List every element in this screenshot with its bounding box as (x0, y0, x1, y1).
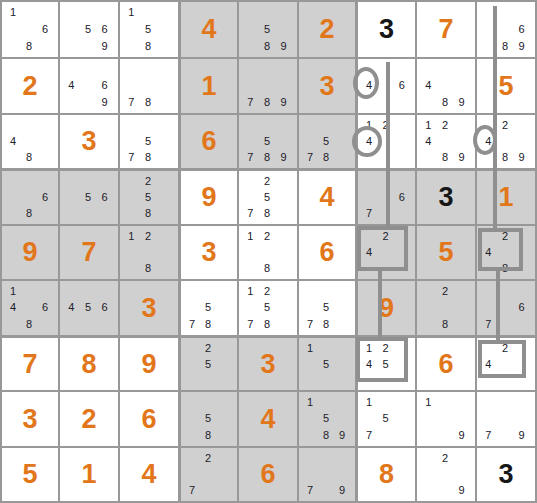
cell-r9c1[interactable]: 5 (2, 448, 58, 501)
candidate-8: 8 (259, 38, 276, 55)
cell-r8c5[interactable]: 4 (239, 392, 297, 446)
candidate-6: 6 (513, 21, 530, 38)
pencil-marks: 248 (480, 228, 530, 277)
cell-r9c9[interactable]: 3 (477, 448, 535, 501)
cell-r3c4[interactable]: 6 (181, 115, 237, 168)
candidate-8: 8 (140, 261, 157, 277)
candidate-7: 7 (123, 94, 140, 111)
candidate-4: 4 (63, 300, 80, 317)
candidate-1: 1 (5, 4, 21, 21)
cell-r3c1[interactable]: 48 (2, 115, 58, 168)
pencil-marks: 158 (123, 4, 173, 55)
candidate-4: 4 (361, 244, 377, 260)
cell-r7c1[interactable]: 7 (2, 338, 58, 390)
cell-r4c3[interactable]: 258 (120, 171, 178, 224)
candidate-7: 7 (242, 206, 259, 222)
candidate-5: 5 (259, 300, 276, 317)
candidate-8: 8 (259, 206, 276, 222)
candidate-8: 8 (318, 150, 334, 166)
candidate-7: 7 (242, 150, 259, 166)
candidate-5: 5 (377, 356, 393, 372)
pencil-marks: 15 (302, 340, 350, 388)
cell-r5c7[interactable]: 24 (358, 226, 415, 279)
cell-r1c8[interactable]: 7 (417, 2, 475, 57)
candidate-1: 1 (361, 117, 377, 133)
pencil-marks: 67 (480, 283, 530, 333)
cell-r1c1[interactable]: 168 (2, 2, 58, 57)
cell-r9c8[interactable]: 29 (417, 448, 475, 501)
given-digit: 3 (417, 171, 475, 224)
cell-r7c7[interactable]: 1245 (358, 338, 415, 390)
cell-r2c3[interactable]: 78 (120, 59, 178, 113)
candidate-9: 9 (513, 38, 530, 55)
candidate-6: 6 (96, 21, 113, 38)
pencil-marks: 78 (123, 61, 173, 111)
cell-r6c7[interactable]: 9 (358, 281, 415, 335)
candidate-4: 4 (5, 300, 21, 317)
candidate-7: 7 (242, 94, 259, 111)
candidate-9: 9 (453, 483, 470, 499)
pencil-marks: 789 (242, 61, 292, 111)
cell-r5c9[interactable]: 248 (477, 226, 535, 279)
candidate-2: 2 (259, 228, 276, 244)
candidate-1: 1 (420, 394, 437, 411)
pencil-marks: 46 (361, 61, 410, 111)
pencil-marks: 168 (5, 4, 53, 55)
cell-r6c9[interactable]: 67 (477, 281, 535, 335)
candidate-9: 9 (334, 427, 350, 444)
solved-digit: 9 (120, 338, 178, 390)
candidate-4: 4 (361, 78, 377, 95)
cell-r1c4[interactable]: 4 (181, 2, 237, 57)
candidate-1: 1 (302, 340, 318, 356)
pencil-marks: 578 (302, 117, 350, 166)
solved-digit: 4 (120, 448, 178, 501)
solved-digit: 4 (299, 171, 355, 224)
cell-r9c5[interactable]: 6 (239, 448, 297, 501)
candidate-6: 6 (96, 300, 113, 317)
cell-r1c7[interactable]: 3 (358, 2, 415, 57)
solved-digit: 7 (2, 338, 58, 390)
candidate-8: 8 (437, 316, 454, 333)
candidate-9: 9 (275, 94, 292, 111)
candidate-2: 2 (437, 283, 454, 300)
pencil-marks: 28 (420, 283, 470, 333)
cell-r9c6[interactable]: 79 (299, 448, 355, 501)
candidate-6: 6 (394, 189, 410, 205)
pencil-marks: 456 (63, 283, 113, 333)
candidate-9: 9 (334, 483, 350, 499)
cell-r8c9[interactable]: 79 (477, 392, 535, 446)
candidate-5: 5 (200, 411, 216, 428)
candidate-4: 4 (5, 133, 21, 149)
candidate-9: 9 (513, 427, 530, 444)
pencil-marks: 128 (123, 228, 173, 277)
candidate-8: 8 (259, 94, 276, 111)
cell-r2c6[interactable]: 3 (299, 59, 355, 113)
pencil-marks: 79 (480, 394, 530, 444)
candidate-1: 1 (361, 394, 377, 411)
candidate-4: 4 (420, 78, 437, 95)
candidate-8: 8 (21, 38, 37, 55)
solved-digit: 1 (181, 59, 237, 113)
candidate-8: 8 (259, 261, 276, 277)
cell-r7c2[interactable]: 8 (60, 338, 118, 390)
candidate-2: 2 (377, 117, 393, 133)
candidate-8: 8 (259, 150, 276, 166)
candidate-2: 2 (497, 117, 514, 133)
pencil-marks: 1245 (361, 340, 410, 388)
pencil-marks: 2578 (242, 173, 292, 222)
candidate-1: 1 (420, 117, 437, 133)
cell-r1c5[interactable]: 589 (239, 2, 297, 57)
candidate-5: 5 (259, 189, 276, 205)
cell-r4c4[interactable]: 9 (181, 171, 237, 224)
candidate-9: 9 (96, 38, 113, 55)
cell-r1c2[interactable]: 569 (60, 2, 118, 57)
candidate-4: 4 (480, 244, 497, 260)
candidate-8: 8 (437, 150, 454, 166)
pencil-marks: 124 (361, 117, 410, 166)
pencil-marks: 1468 (5, 283, 53, 333)
candidate-2: 2 (259, 283, 276, 300)
cell-r2c8[interactable]: 489 (417, 59, 475, 113)
candidate-4: 4 (361, 133, 377, 149)
pencil-marks: 79 (302, 450, 350, 499)
cell-r1c9[interactable]: 689 (477, 2, 535, 57)
pencil-marks: 68 (5, 173, 53, 222)
cell-r3c6[interactable]: 578 (299, 115, 355, 168)
pencil-marks: 589 (242, 4, 292, 55)
candidate-7: 7 (361, 427, 377, 444)
pencil-marks: 48 (5, 117, 53, 166)
candidate-5: 5 (140, 133, 157, 149)
given-digit: 3 (358, 2, 415, 57)
candidate-5: 5 (80, 21, 97, 38)
solved-digit: 3 (239, 338, 297, 390)
candidate-7: 7 (361, 206, 377, 222)
pencil-marks: 27 (184, 450, 232, 499)
solved-digit: 6 (299, 226, 355, 279)
pencil-marks: 67 (361, 173, 410, 222)
cell-r5c8[interactable]: 5 (417, 226, 475, 279)
pencil-marks: 578 (123, 117, 173, 166)
candidate-7: 7 (480, 427, 497, 444)
cell-r7c8[interactable]: 6 (417, 338, 475, 390)
candidate-2: 2 (200, 340, 216, 356)
cell-r8c7[interactable]: 157 (358, 392, 415, 446)
pencil-marks: 5789 (242, 117, 292, 166)
cell-r9c7[interactable]: 8 (358, 448, 415, 501)
candidate-8: 8 (318, 316, 334, 333)
cell-r7c6[interactable]: 15 (299, 338, 355, 390)
candidate-2: 2 (377, 228, 393, 244)
cell-r6c1[interactable]: 1468 (2, 281, 58, 335)
solved-digit: 5 (2, 448, 58, 501)
candidate-7: 7 (302, 316, 318, 333)
candidate-5: 5 (140, 189, 157, 205)
cell-r6c5[interactable]: 12578 (239, 281, 297, 335)
cell-r6c2[interactable]: 456 (60, 281, 118, 335)
candidate-7: 7 (302, 483, 318, 499)
candidate-2: 2 (437, 117, 454, 133)
candidate-2: 2 (437, 450, 454, 466)
cell-r4c1[interactable]: 68 (2, 171, 58, 224)
candidate-4: 4 (361, 356, 377, 372)
pencil-marks: 25 (184, 340, 232, 388)
candidate-1: 1 (242, 283, 259, 300)
cell-r6c3[interactable]: 3 (120, 281, 178, 335)
candidate-5: 5 (318, 411, 334, 428)
candidate-5: 5 (318, 133, 334, 149)
candidate-8: 8 (21, 150, 37, 166)
candidate-8: 8 (140, 38, 157, 55)
pencil-marks: 689 (480, 4, 530, 55)
candidate-5: 5 (80, 189, 97, 205)
candidate-1: 1 (5, 283, 21, 300)
cell-r7c3[interactable]: 9 (120, 338, 178, 390)
cell-r5c6[interactable]: 6 (299, 226, 355, 279)
cell-r5c1[interactable]: 9 (2, 226, 58, 279)
candidate-8: 8 (21, 206, 37, 222)
cell-r2c2[interactable]: 469 (60, 59, 118, 113)
cell-r8c1[interactable]: 3 (2, 392, 58, 446)
cell-r8c6[interactable]: 1589 (299, 392, 355, 446)
cell-r4c9[interactable]: 1 (477, 171, 535, 224)
candidate-9: 9 (453, 427, 470, 444)
cell-r6c8[interactable]: 28 (417, 281, 475, 335)
candidate-5: 5 (318, 300, 334, 317)
pencil-marks: 469 (63, 61, 113, 111)
pencil-marks: 24 (361, 228, 410, 277)
pencil-marks: 12489 (420, 117, 470, 166)
solved-digit: 3 (60, 115, 118, 168)
candidate-8: 8 (200, 427, 216, 444)
cell-r2c5[interactable]: 789 (239, 59, 297, 113)
cell-r4c2[interactable]: 56 (60, 171, 118, 224)
candidate-4: 4 (480, 356, 497, 372)
cell-r3c3[interactable]: 578 (120, 115, 178, 168)
solved-digit: 7 (60, 226, 118, 279)
pencil-marks: 489 (420, 61, 470, 111)
candidate-7: 7 (184, 483, 200, 499)
pencil-marks: 19 (420, 394, 470, 444)
candidate-9: 9 (513, 150, 530, 166)
pencil-marks: 258 (123, 173, 173, 222)
cell-r9c4[interactable]: 27 (181, 448, 237, 501)
cell-r1c3[interactable]: 158 (120, 2, 178, 57)
candidate-2: 2 (497, 340, 514, 356)
solved-digit: 6 (120, 392, 178, 446)
candidate-7: 7 (302, 150, 318, 166)
solved-digit: 2 (299, 2, 355, 57)
candidate-5: 5 (259, 133, 276, 149)
candidate-5: 5 (318, 356, 334, 372)
candidate-2: 2 (259, 173, 276, 189)
candidate-7: 7 (123, 150, 140, 166)
cell-r2c9[interactable]: 5 (477, 59, 535, 113)
solved-digit: 1 (477, 171, 535, 224)
cell-r6c6[interactable]: 578 (299, 281, 355, 335)
pencil-marks: 12578 (242, 283, 292, 333)
cell-r9c2[interactable]: 1 (60, 448, 118, 501)
candidate-9: 9 (453, 150, 470, 166)
cell-r8c8[interactable]: 19 (417, 392, 475, 446)
candidate-8: 8 (497, 38, 514, 55)
candidate-8: 8 (437, 94, 454, 111)
candidate-6: 6 (37, 21, 53, 38)
solved-digit: 4 (239, 392, 297, 446)
solved-digit: 9 (181, 171, 237, 224)
candidate-6: 6 (96, 189, 113, 205)
solved-digit: 6 (181, 115, 237, 168)
cell-r4c6[interactable]: 4 (299, 171, 355, 224)
solved-digit: 3 (181, 226, 237, 279)
pencil-marks: 29 (420, 450, 470, 499)
candidate-8: 8 (200, 316, 216, 333)
candidate-5: 5 (140, 21, 157, 38)
cell-r5c4[interactable]: 3 (181, 226, 237, 279)
candidate-4: 4 (420, 133, 437, 149)
candidate-2: 2 (140, 228, 157, 244)
candidate-9: 9 (96, 94, 113, 111)
cell-r2c7[interactable]: 46 (358, 59, 415, 113)
solved-digit: 5 (477, 59, 535, 113)
cell-r3c5[interactable]: 5789 (239, 115, 297, 168)
solved-digit: 7 (417, 2, 475, 57)
candidate-2: 2 (200, 450, 216, 466)
solved-digit: 3 (299, 59, 355, 113)
cell-r3c8[interactable]: 12489 (417, 115, 475, 168)
candidate-6: 6 (37, 300, 53, 317)
candidate-2: 2 (140, 173, 157, 189)
cell-r5c3[interactable]: 128 (120, 226, 178, 279)
cell-r9c3[interactable]: 4 (120, 448, 178, 501)
cell-r8c4[interactable]: 58 (181, 392, 237, 446)
pencil-marks: 128 (242, 228, 292, 277)
cell-r7c9[interactable]: 24 (477, 338, 535, 390)
candidate-5: 5 (377, 411, 393, 428)
candidate-4: 4 (480, 133, 497, 149)
candidate-8: 8 (497, 261, 514, 277)
candidate-8: 8 (140, 94, 157, 111)
solved-digit: 6 (239, 448, 297, 501)
candidate-8: 8 (497, 150, 514, 166)
candidate-4: 4 (63, 78, 80, 95)
pencil-marks: 578 (184, 283, 232, 333)
pencil-marks: 58 (184, 394, 232, 444)
cell-r7c4[interactable]: 25 (181, 338, 237, 390)
candidate-5: 5 (200, 300, 216, 317)
cell-r1c6[interactable]: 2 (299, 2, 355, 57)
given-digit: 3 (477, 448, 535, 501)
cell-r6c4[interactable]: 578 (181, 281, 237, 335)
candidate-2: 2 (497, 228, 514, 244)
candidate-7: 7 (480, 316, 497, 333)
candidate-2: 2 (377, 340, 393, 356)
pencil-marks: 56 (63, 173, 113, 222)
solved-digit: 8 (60, 338, 118, 390)
solved-digit: 5 (417, 226, 475, 279)
cell-r3c2[interactable]: 3 (60, 115, 118, 168)
solved-digit: 9 (358, 281, 415, 335)
candidate-7: 7 (184, 316, 200, 333)
candidate-8: 8 (140, 150, 157, 166)
solved-digit: 2 (2, 59, 58, 113)
candidate-8: 8 (21, 316, 37, 333)
pencil-marks: 1589 (302, 394, 350, 444)
candidate-1: 1 (242, 228, 259, 244)
candidate-5: 5 (80, 300, 97, 317)
candidate-7: 7 (242, 316, 259, 333)
cell-r4c7[interactable]: 67 (358, 171, 415, 224)
pencil-marks: 569 (63, 4, 113, 55)
candidate-9: 9 (453, 94, 470, 111)
pencil-marks: 24 (480, 340, 530, 388)
cell-r2c4[interactable]: 1 (181, 59, 237, 113)
solved-digit: 1 (60, 448, 118, 501)
cell-r2c1[interactable]: 2 (2, 59, 58, 113)
cell-r5c5[interactable]: 128 (239, 226, 297, 279)
solved-digit: 2 (60, 392, 118, 446)
cell-r4c8[interactable]: 3 (417, 171, 475, 224)
candidate-6: 6 (96, 78, 113, 95)
candidate-8: 8 (140, 206, 157, 222)
cell-r3c7[interactable]: 124 (358, 115, 415, 168)
candidate-5: 5 (200, 356, 216, 372)
candidate-8: 8 (259, 316, 276, 333)
cell-r8c3[interactable]: 6 (120, 392, 178, 446)
candidate-1: 1 (361, 340, 377, 356)
solved-digit: 8 (358, 448, 415, 501)
candidate-5: 5 (259, 21, 276, 38)
candidate-9: 9 (275, 150, 292, 166)
cell-r8c2[interactable]: 2 (60, 392, 118, 446)
candidate-9: 9 (275, 38, 292, 55)
pencil-marks: 578 (302, 283, 350, 333)
cell-r4c5[interactable]: 2578 (239, 171, 297, 224)
cell-r5c2[interactable]: 7 (60, 226, 118, 279)
solved-digit: 6 (417, 338, 475, 390)
candidate-1: 1 (123, 4, 140, 21)
cell-r3c9[interactable]: 2489 (477, 115, 535, 168)
candidate-6: 6 (37, 189, 53, 205)
solved-digit: 3 (120, 281, 178, 335)
solved-digit: 4 (181, 2, 237, 57)
candidate-6: 6 (513, 300, 530, 317)
candidate-1: 1 (123, 228, 140, 244)
cell-r7c5[interactable]: 3 (239, 338, 297, 390)
candidate-1: 1 (302, 394, 318, 411)
solved-digit: 9 (2, 226, 58, 279)
solved-digit: 3 (2, 392, 58, 446)
pencil-marks: 2489 (480, 117, 530, 166)
pencil-marks: 157 (361, 394, 410, 444)
candidate-8: 8 (318, 427, 334, 444)
candidate-6: 6 (394, 78, 410, 95)
sudoku-board: 1685691584589237689246978178934648954835… (0, 0, 537, 503)
